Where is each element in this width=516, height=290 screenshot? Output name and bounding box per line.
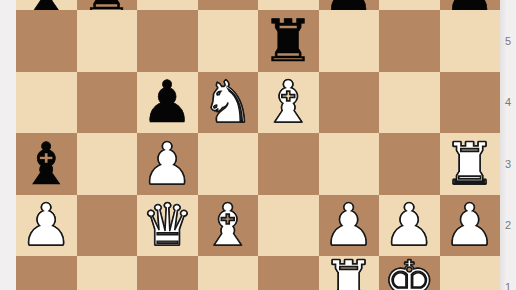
square-c4[interactable]: ♟ xyxy=(137,72,198,134)
square-g2[interactable]: ♟ xyxy=(379,195,440,257)
square-g5[interactable] xyxy=(379,10,440,72)
square-e4[interactable]: ♝ xyxy=(258,72,319,134)
rank-label-gutter: 54321 xyxy=(500,0,516,290)
piece-white-pawn[interactable]: ♟ xyxy=(444,196,496,254)
piece-white-pawn[interactable]: ♟ xyxy=(323,196,375,254)
square-h3[interactable]: ♜ xyxy=(440,133,501,195)
square-b5[interactable] xyxy=(77,10,138,72)
square-f6[interactable]: ♟ xyxy=(319,0,380,10)
square-f4[interactable] xyxy=(319,72,380,134)
square-a2[interactable]: ♟ xyxy=(16,195,77,257)
square-c1[interactable] xyxy=(137,256,198,290)
square-h1[interactable] xyxy=(440,256,501,290)
square-c6[interactable] xyxy=(137,0,198,10)
square-c3[interactable]: ♟ xyxy=(137,133,198,195)
piece-white-queen[interactable]: ♛ xyxy=(141,196,193,254)
square-a1[interactable] xyxy=(16,256,77,290)
piece-black-pawn[interactable]: ♟ xyxy=(141,73,193,131)
piece-white-rook[interactable]: ♜ xyxy=(323,256,375,290)
rank-label-1: 1 xyxy=(500,281,516,290)
square-e1[interactable] xyxy=(258,256,319,290)
square-h6[interactable]: ♟ xyxy=(440,0,501,10)
square-b3[interactable] xyxy=(77,133,138,195)
piece-white-knight[interactable]: ♞ xyxy=(202,73,254,131)
square-a3[interactable]: ♝ xyxy=(16,133,77,195)
rank-label-4: 4 xyxy=(500,96,516,108)
piece-white-bishop[interactable]: ♝ xyxy=(202,196,254,254)
square-c2[interactable]: ♛ xyxy=(137,195,198,257)
square-g1[interactable]: ♚ xyxy=(379,256,440,290)
rank-label-3: 3 xyxy=(500,158,516,170)
square-e3[interactable] xyxy=(258,133,319,195)
square-b1[interactable] xyxy=(77,256,138,290)
square-d6[interactable] xyxy=(198,0,259,10)
square-d2[interactable]: ♝ xyxy=(198,195,259,257)
square-a5[interactable] xyxy=(16,10,77,72)
square-e2[interactable] xyxy=(258,195,319,257)
square-f3[interactable] xyxy=(319,133,380,195)
piece-white-bishop[interactable]: ♝ xyxy=(262,73,314,131)
piece-black-bishop[interactable]: ♝ xyxy=(20,0,72,10)
square-h5[interactable] xyxy=(440,10,501,72)
square-f5[interactable] xyxy=(319,10,380,72)
square-d4[interactable]: ♞ xyxy=(198,72,259,134)
rank-label-5: 5 xyxy=(500,35,516,47)
square-c5[interactable] xyxy=(137,10,198,72)
square-e5[interactable]: ♜ xyxy=(258,10,319,72)
square-g4[interactable] xyxy=(379,72,440,134)
piece-white-king[interactable]: ♚ xyxy=(383,256,435,290)
piece-black-rook[interactable]: ♜ xyxy=(81,0,133,10)
square-f1[interactable]: ♜ xyxy=(319,256,380,290)
chess-app-viewport: ♝♜♟♟♜♟♞♝♝♟♜♟♛♝♟♟♟♜♚ 54321 xyxy=(0,0,516,290)
square-f2[interactable]: ♟ xyxy=(319,195,380,257)
left-margin xyxy=(0,0,16,290)
square-a4[interactable] xyxy=(16,72,77,134)
square-b2[interactable] xyxy=(77,195,138,257)
square-h2[interactable]: ♟ xyxy=(440,195,501,257)
piece-black-rook[interactable]: ♜ xyxy=(262,12,314,70)
square-g6[interactable] xyxy=(379,0,440,10)
piece-black-pawn[interactable]: ♟ xyxy=(444,0,496,10)
square-g3[interactable] xyxy=(379,133,440,195)
chess-board: ♝♜♟♟♜♟♞♝♝♟♜♟♛♝♟♟♟♜♚ xyxy=(16,0,500,290)
piece-white-pawn[interactable]: ♟ xyxy=(141,135,193,193)
square-b4[interactable] xyxy=(77,72,138,134)
square-d5[interactable] xyxy=(198,10,259,72)
square-d1[interactable] xyxy=(198,256,259,290)
square-a6[interactable]: ♝ xyxy=(16,0,77,10)
piece-black-pawn[interactable]: ♟ xyxy=(323,0,375,10)
piece-white-rook[interactable]: ♜ xyxy=(444,135,496,193)
piece-white-pawn[interactable]: ♟ xyxy=(383,196,435,254)
rank-label-2: 2 xyxy=(500,219,516,231)
square-h4[interactable] xyxy=(440,72,501,134)
square-d3[interactable] xyxy=(198,133,259,195)
square-e6[interactable] xyxy=(258,0,319,10)
piece-black-bishop[interactable]: ♝ xyxy=(20,135,72,193)
piece-white-pawn[interactable]: ♟ xyxy=(20,196,72,254)
square-b6[interactable]: ♜ xyxy=(77,0,138,10)
